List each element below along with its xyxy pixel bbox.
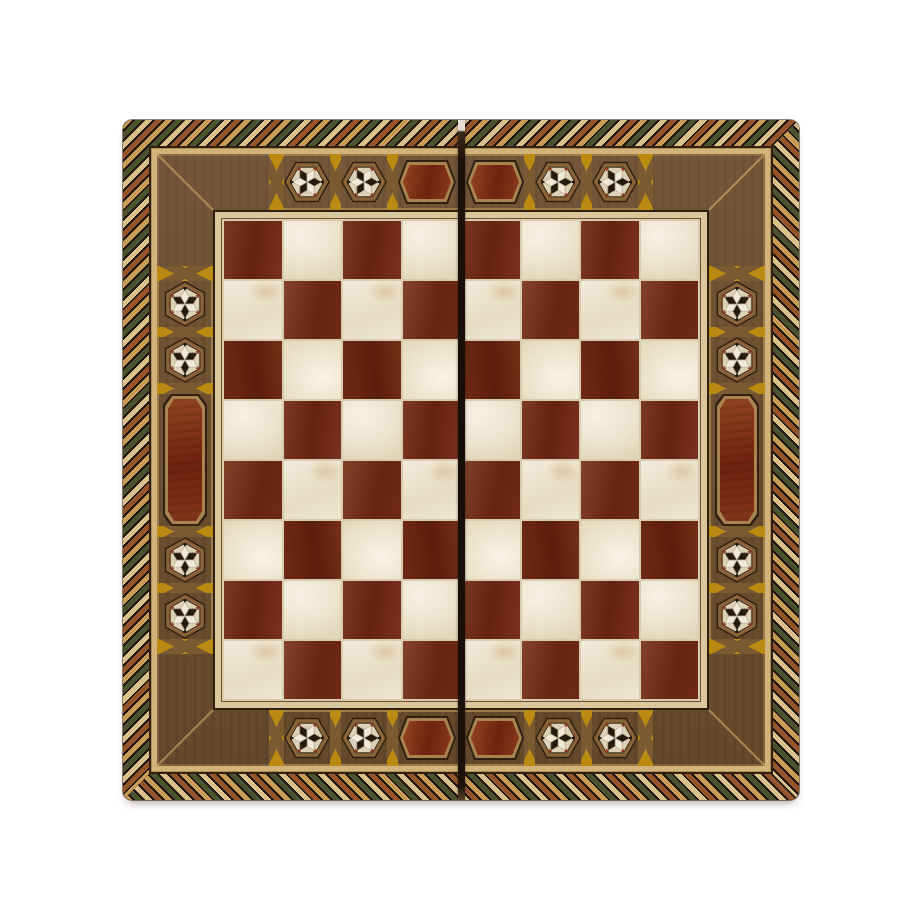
hexagon-rosette-icon xyxy=(162,281,208,327)
hexagon-rosette-icon xyxy=(341,715,387,761)
hexagon-rosette-icon xyxy=(162,537,208,583)
hexagon-rosette-icon xyxy=(162,337,208,383)
board-square xyxy=(462,461,520,519)
red-hexagon-inlay xyxy=(398,160,456,204)
yellow-crossing-inlay xyxy=(709,266,765,281)
board-square xyxy=(284,341,342,399)
hexagon-rosette-icon xyxy=(341,159,387,205)
board-square xyxy=(641,641,699,699)
hexagon-rosette-icon xyxy=(714,337,760,383)
board-square xyxy=(522,281,580,339)
hexagon-rosette-icon xyxy=(284,715,330,761)
board-square xyxy=(641,281,699,339)
motif-strip-left xyxy=(157,266,213,654)
board-square xyxy=(224,521,282,579)
yellow-crossing-inlay xyxy=(387,710,398,766)
yellow-crossing-inlay xyxy=(330,710,341,766)
board-square xyxy=(522,641,580,699)
hexagon-rosette-icon xyxy=(284,159,330,205)
hexagon-rosette-icon xyxy=(714,281,760,327)
yellow-crossing-inlay xyxy=(157,327,213,338)
board-square xyxy=(343,461,401,519)
board-square xyxy=(581,341,639,399)
board-square xyxy=(284,461,342,519)
red-panel-inlay xyxy=(163,394,207,526)
board-square xyxy=(641,341,699,399)
yellow-crossing-inlay xyxy=(157,583,213,594)
board-square xyxy=(403,521,461,579)
board-square xyxy=(641,521,699,579)
board-square xyxy=(224,461,282,519)
board-square xyxy=(224,581,282,639)
board-square xyxy=(224,341,282,399)
board-square xyxy=(522,461,580,519)
corner-miter-icon xyxy=(156,709,214,767)
board-square xyxy=(284,521,342,579)
motif-strip-right xyxy=(709,266,765,654)
board-square xyxy=(224,641,282,699)
board-square xyxy=(462,581,520,639)
yellow-crossing-inlay xyxy=(157,266,213,281)
yellow-crossing-inlay xyxy=(157,639,213,654)
board-square xyxy=(343,581,401,639)
board-square xyxy=(581,461,639,519)
board-square xyxy=(403,581,461,639)
board-square xyxy=(462,341,520,399)
board-square xyxy=(641,401,699,459)
yellow-crossing-inlay xyxy=(524,710,535,766)
board-square xyxy=(343,521,401,579)
board-square xyxy=(522,341,580,399)
corner-miter-icon xyxy=(156,153,214,211)
yellow-crossing-inlay xyxy=(709,383,765,394)
board-square xyxy=(581,641,639,699)
board-square xyxy=(224,221,282,279)
folding-mosaic-game-board xyxy=(123,120,799,800)
board-square xyxy=(581,581,639,639)
hexagon-rosette-icon xyxy=(162,593,208,639)
hexagon-rosette-icon xyxy=(592,159,638,205)
yellow-crossing-inlay xyxy=(269,710,284,766)
board-square xyxy=(403,221,461,279)
yellow-crossing-inlay xyxy=(387,154,398,210)
board-square xyxy=(403,401,461,459)
board-square xyxy=(462,401,520,459)
board-square xyxy=(462,521,520,579)
hexagon-rosette-icon xyxy=(535,159,581,205)
board-square xyxy=(581,281,639,339)
yellow-crossing-inlay xyxy=(709,583,765,594)
board-square xyxy=(343,281,401,339)
board-square xyxy=(522,221,580,279)
hexagon-rosette-icon xyxy=(714,593,760,639)
board-square xyxy=(581,221,639,279)
board-square xyxy=(403,341,461,399)
board-square xyxy=(581,401,639,459)
board-square xyxy=(522,581,580,639)
hexagon-rosette-icon xyxy=(714,537,760,583)
board-square xyxy=(403,281,461,339)
photo-background xyxy=(0,0,920,920)
board-square xyxy=(641,221,699,279)
board-square xyxy=(284,281,342,339)
yellow-crossing-inlay xyxy=(581,154,592,210)
red-panel-inlay xyxy=(715,394,759,526)
board-square xyxy=(403,461,461,519)
board-square xyxy=(522,401,580,459)
hexagon-rosette-icon xyxy=(535,715,581,761)
board-square xyxy=(522,521,580,579)
yellow-crossing-inlay xyxy=(157,383,213,394)
yellow-crossing-inlay xyxy=(269,154,284,210)
board-square xyxy=(641,461,699,519)
board-square xyxy=(284,581,342,639)
board-square xyxy=(462,221,520,279)
board-square xyxy=(641,581,699,639)
board-square xyxy=(462,641,520,699)
corner-miter-icon xyxy=(708,709,766,767)
board-square xyxy=(403,641,461,699)
yellow-crossing-inlay xyxy=(709,327,765,338)
board-square xyxy=(343,401,401,459)
yellow-crossing-inlay xyxy=(524,154,535,210)
board-square xyxy=(224,401,282,459)
board-square xyxy=(284,221,342,279)
board-square xyxy=(343,221,401,279)
red-hexagon-inlay xyxy=(466,716,524,760)
board-square xyxy=(343,341,401,399)
hexagon-rosette-icon xyxy=(592,715,638,761)
yellow-crossing-inlay xyxy=(638,710,653,766)
yellow-crossing-inlay xyxy=(709,639,765,654)
hinge-seam xyxy=(458,120,465,800)
board-square xyxy=(581,521,639,579)
red-hexagon-inlay xyxy=(466,160,524,204)
board-square xyxy=(284,641,342,699)
yellow-crossing-inlay xyxy=(330,154,341,210)
yellow-crossing-inlay xyxy=(638,154,653,210)
board-square xyxy=(343,641,401,699)
red-hexagon-inlay xyxy=(398,716,456,760)
yellow-crossing-inlay xyxy=(709,526,765,537)
corner-miter-icon xyxy=(708,153,766,211)
rope-inlay-border-left xyxy=(123,120,149,800)
board-square xyxy=(462,281,520,339)
yellow-crossing-inlay xyxy=(581,710,592,766)
yellow-crossing-inlay xyxy=(157,526,213,537)
board-square xyxy=(224,281,282,339)
board-square xyxy=(284,401,342,459)
rope-inlay-border-right xyxy=(773,120,799,800)
